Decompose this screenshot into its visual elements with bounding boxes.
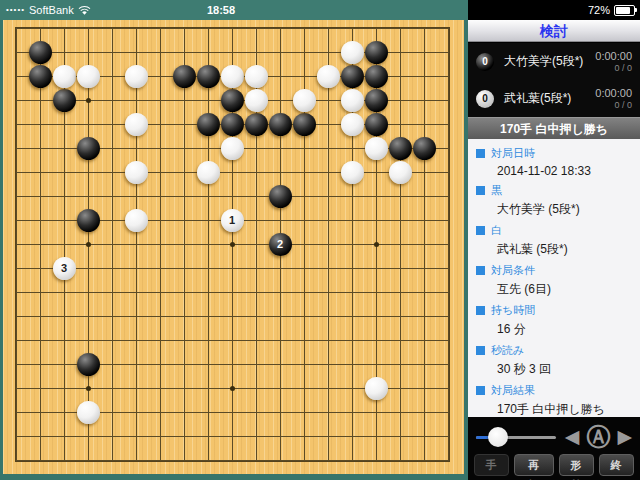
white-player-name: 武礼葉(5段*) <box>504 90 571 107</box>
slider-row: ◀ Ⓐ ▶ <box>476 425 632 449</box>
white-stone[interactable] <box>245 65 268 88</box>
info-label: 白 <box>476 223 632 238</box>
black-stone[interactable] <box>77 353 100 376</box>
black-stone[interactable] <box>173 65 196 88</box>
white-stone[interactable] <box>365 377 388 400</box>
black-time: 0:00:00 <box>595 50 632 63</box>
grid-line <box>16 268 449 269</box>
white-stone[interactable] <box>221 65 244 88</box>
black-stone[interactable] <box>77 209 100 232</box>
white-stone[interactable] <box>365 137 388 160</box>
info-item: 対局条件互先 (6目) <box>468 261 640 301</box>
black-stone[interactable] <box>413 137 436 160</box>
game-info-list: 対局日時2014-11-02 18:33黒大竹美学 (5段*)白武礼葉 (5段*… <box>468 139 640 417</box>
star-point <box>86 98 91 103</box>
autoplay-button[interactable]: Ⓐ <box>586 426 610 448</box>
players-section: 0 大竹美学(5段*) 0:00:00 0 / 0 0 武礼葉(5段*) 0:0… <box>468 43 640 117</box>
go-board[interactable]: 213 <box>0 20 468 480</box>
estimate-button[interactable]: 形 勢 <box>559 454 594 476</box>
white-stone[interactable] <box>125 209 148 232</box>
white-stone[interactable] <box>317 65 340 88</box>
white-stone[interactable] <box>389 161 412 184</box>
clock: 18:58 <box>0 0 442 20</box>
result-banner: 170手 白中押し勝ち <box>468 117 640 139</box>
bullet-square-icon <box>476 306 485 315</box>
black-stone[interactable] <box>389 137 412 160</box>
white-stone[interactable] <box>341 113 364 136</box>
grid-line <box>400 28 401 461</box>
white-stone[interactable] <box>53 65 76 88</box>
white-stone-move-3[interactable]: 3 <box>53 257 76 280</box>
white-stone[interactable] <box>77 65 100 88</box>
star-point <box>86 242 91 247</box>
grid-line <box>424 28 425 461</box>
black-stone-move-2[interactable]: 2 <box>269 233 292 256</box>
star-point <box>374 242 379 247</box>
bullet-square-icon <box>476 346 485 355</box>
nav-group: ◀ Ⓐ ▶ <box>565 426 632 448</box>
black-periods: 0 / 0 <box>595 63 632 73</box>
white-captures-stone-icon: 0 <box>476 90 494 108</box>
review-mode-button[interactable]: 検討 <box>468 20 640 42</box>
grid-line <box>448 28 449 461</box>
board-area: 213 <box>0 20 468 480</box>
black-stone[interactable] <box>245 113 268 136</box>
info-label: 黒 <box>476 183 632 198</box>
white-stone[interactable] <box>341 89 364 112</box>
move-slider[interactable] <box>476 425 556 449</box>
black-stone[interactable] <box>221 89 244 112</box>
black-stone[interactable] <box>197 65 220 88</box>
black-stone[interactable] <box>365 65 388 88</box>
info-value: 16 分 <box>476 318 632 338</box>
grid-line <box>328 28 329 461</box>
prev-move-button[interactable]: ◀ <box>565 427 580 447</box>
playback-controls: ◀ Ⓐ ▶ 手 順再検討形 勢終 了 <box>468 417 640 480</box>
black-stone[interactable] <box>269 113 292 136</box>
black-stone[interactable] <box>365 89 388 112</box>
info-item: 対局結果170手 白中押し勝ち <box>468 381 640 417</box>
player-row-white: 0 武礼葉(5段*) 0:00:00 0 / 0 <box>468 80 640 117</box>
star-point <box>230 242 235 247</box>
white-time: 0:00:00 <box>595 87 632 100</box>
grid-line <box>16 316 449 317</box>
grid-line <box>16 460 449 461</box>
info-value: 大竹美学 (5段*) <box>476 198 632 218</box>
white-stone[interactable] <box>293 89 316 112</box>
info-item: 持ち時間16 分 <box>468 301 640 341</box>
black-stone[interactable] <box>53 89 76 112</box>
white-stone[interactable] <box>125 113 148 136</box>
black-stone[interactable] <box>197 113 220 136</box>
steps-button[interactable]: 手 順 <box>474 454 509 476</box>
black-stone[interactable] <box>293 113 316 136</box>
battery-percent-label: 72% <box>588 4 610 16</box>
re-review-button[interactable]: 再検討 <box>514 454 554 476</box>
black-stone[interactable] <box>221 113 244 136</box>
grid-line <box>16 292 449 293</box>
info-value: 30 秒 3 回 <box>476 358 632 378</box>
white-stone[interactable] <box>221 137 244 160</box>
bullet-square-icon <box>476 186 485 195</box>
info-value: 2014-11-02 18:33 <box>476 161 632 178</box>
review-panel: 72% 検討 0 大竹美学(5段*) 0:00:00 0 / 0 0 武礼葉(5… <box>468 0 640 480</box>
info-value: 170手 白中押し勝ち <box>476 398 632 417</box>
black-stone[interactable] <box>77 137 100 160</box>
battery-icon <box>614 5 635 16</box>
info-item: 対局日時2014-11-02 18:33 <box>468 144 640 181</box>
black-captures-stone-icon: 0 <box>476 53 494 71</box>
grid-line <box>16 340 449 341</box>
info-value: 武礼葉 (5段*) <box>476 238 632 258</box>
action-buttons: 手 順再検討形 勢終 了 <box>474 454 634 476</box>
white-stone[interactable] <box>197 161 220 184</box>
bullet-square-icon <box>476 266 485 275</box>
white-periods: 0 / 0 <box>595 100 632 110</box>
end-button[interactable]: 終 了 <box>599 454 634 476</box>
app-screen: ••••• SoftBank 18:58 213 72% 検討 <box>0 0 640 480</box>
status-right: 72% <box>588 0 635 20</box>
star-point <box>230 386 235 391</box>
black-player-times: 0:00:00 0 / 0 <box>595 50 632 73</box>
white-stone[interactable] <box>125 161 148 184</box>
bullet-square-icon <box>476 149 485 158</box>
black-player-name: 大竹美学(5段*) <box>504 53 583 70</box>
white-stone[interactable] <box>245 89 268 112</box>
black-stone[interactable] <box>269 185 292 208</box>
status-bar: ••••• SoftBank 18:58 <box>0 0 468 20</box>
info-label: 秒読み <box>476 343 632 358</box>
info-item: 白武礼葉 (5段*) <box>468 221 640 261</box>
white-stone-move-1[interactable]: 1 <box>221 209 244 232</box>
white-stone[interactable] <box>77 401 100 424</box>
board-pane: ••••• SoftBank 18:58 213 <box>0 0 468 480</box>
bullet-square-icon <box>476 226 485 235</box>
white-player-times: 0:00:00 0 / 0 <box>595 87 632 110</box>
white-stone[interactable] <box>125 65 148 88</box>
black-stone[interactable] <box>365 113 388 136</box>
black-stone[interactable] <box>341 65 364 88</box>
info-value: 互先 (6目) <box>476 278 632 298</box>
white-stone[interactable] <box>341 161 364 184</box>
info-label: 対局結果 <box>476 383 632 398</box>
white-stone[interactable] <box>341 41 364 64</box>
info-item: 黒大竹美学 (5段*) <box>468 181 640 221</box>
star-point <box>86 386 91 391</box>
black-stone[interactable] <box>29 41 52 64</box>
info-label: 対局日時 <box>476 146 632 161</box>
info-item: 秒読み30 秒 3 回 <box>468 341 640 381</box>
black-stone[interactable] <box>29 65 52 88</box>
grid-line <box>16 436 449 437</box>
info-label: 対局条件 <box>476 263 632 278</box>
next-move-button[interactable]: ▶ <box>617 427 632 447</box>
bullet-square-icon <box>476 386 485 395</box>
black-stone[interactable] <box>365 41 388 64</box>
player-row-black: 0 大竹美学(5段*) 0:00:00 0 / 0 <box>468 43 640 80</box>
info-label: 持ち時間 <box>476 303 632 318</box>
slider-knob[interactable] <box>488 427 508 447</box>
